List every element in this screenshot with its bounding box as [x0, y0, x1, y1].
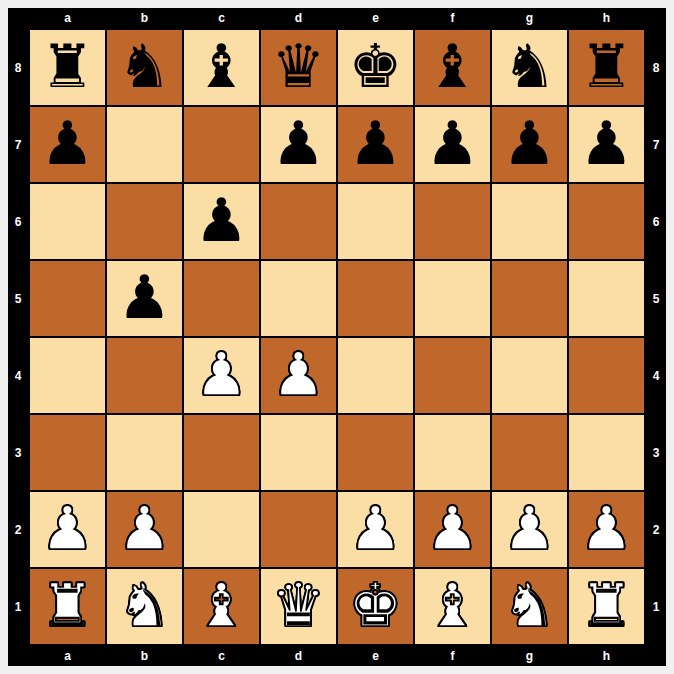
square-b8[interactable]: ♞	[107, 30, 182, 105]
square-b5[interactable]: ♟	[107, 261, 182, 336]
rank-label-left-5: 5	[8, 261, 28, 336]
square-e8[interactable]: ♚	[338, 30, 413, 105]
file-label-top-e: e	[338, 8, 413, 28]
square-a3[interactable]	[30, 415, 105, 490]
rank-label-right-2: 2	[646, 492, 666, 567]
square-c2[interactable]	[184, 492, 259, 567]
white-pawn[interactable]: ♟	[426, 498, 480, 558]
black-pawn[interactable]: ♟	[272, 113, 326, 173]
square-h8[interactable]: ♜	[569, 30, 644, 105]
square-e5[interactable]	[338, 261, 413, 336]
square-h7[interactable]: ♟	[569, 107, 644, 182]
square-d8[interactable]: ♛	[261, 30, 336, 105]
white-pawn[interactable]: ♟	[503, 498, 557, 558]
square-g2[interactable]: ♟	[492, 492, 567, 567]
rank-label-right-6: 6	[646, 184, 666, 259]
file-label-bottom-e: e	[338, 646, 413, 666]
white-rook[interactable]: ♜	[580, 575, 634, 635]
black-rook[interactable]: ♜	[580, 36, 634, 96]
board-corner	[8, 8, 28, 28]
square-a2[interactable]: ♟	[30, 492, 105, 567]
black-knight[interactable]: ♞	[118, 36, 172, 96]
file-label-top-g: g	[492, 8, 567, 28]
file-label-top-a: a	[30, 8, 105, 28]
square-g5[interactable]	[492, 261, 567, 336]
square-f1[interactable]: ♝	[415, 569, 490, 644]
square-c6[interactable]: ♟	[184, 184, 259, 259]
square-d6[interactable]	[261, 184, 336, 259]
square-a1[interactable]: ♜	[30, 569, 105, 644]
rank-label-left-2: 2	[8, 492, 28, 567]
white-bishop[interactable]: ♝	[426, 575, 480, 635]
square-f2[interactable]: ♟	[415, 492, 490, 567]
file-label-bottom-b: b	[107, 646, 182, 666]
square-g6[interactable]	[492, 184, 567, 259]
black-pawn[interactable]: ♟	[349, 113, 403, 173]
board-corner	[8, 646, 28, 666]
rank-label-left-1: 1	[8, 569, 28, 644]
file-label-top-b: b	[107, 8, 182, 28]
square-h4[interactable]	[569, 338, 644, 413]
white-pawn[interactable]: ♟	[580, 498, 634, 558]
rank-label-left-3: 3	[8, 415, 28, 490]
square-f5[interactable]	[415, 261, 490, 336]
square-g4[interactable]	[492, 338, 567, 413]
square-g3[interactable]	[492, 415, 567, 490]
black-queen[interactable]: ♛	[272, 36, 326, 96]
square-e7[interactable]: ♟	[338, 107, 413, 182]
square-e6[interactable]	[338, 184, 413, 259]
square-b6[interactable]	[107, 184, 182, 259]
black-bishop[interactable]: ♝	[195, 36, 249, 96]
black-bishop[interactable]: ♝	[426, 36, 480, 96]
square-e4[interactable]	[338, 338, 413, 413]
square-a6[interactable]	[30, 184, 105, 259]
black-pawn[interactable]: ♟	[118, 267, 172, 327]
file-label-top-h: h	[569, 8, 644, 28]
square-e3[interactable]	[338, 415, 413, 490]
chess-board: abcdefgh8♜♞♝♛♚♝♞♜87♟♟♟♟♟♟76♟65♟54♟♟4332♟…	[8, 8, 666, 666]
square-c7[interactable]	[184, 107, 259, 182]
square-b1[interactable]: ♞	[107, 569, 182, 644]
square-h5[interactable]	[569, 261, 644, 336]
square-a5[interactable]	[30, 261, 105, 336]
white-queen[interactable]: ♛	[272, 575, 326, 635]
square-h2[interactable]: ♟	[569, 492, 644, 567]
square-c1[interactable]: ♝	[184, 569, 259, 644]
square-h3[interactable]	[569, 415, 644, 490]
square-d7[interactable]: ♟	[261, 107, 336, 182]
file-label-bottom-h: h	[569, 646, 644, 666]
file-label-top-c: c	[184, 8, 259, 28]
page-background: { "game": "chess", "position": "rnbqkbnr…	[0, 0, 674, 674]
square-h1[interactable]: ♜	[569, 569, 644, 644]
square-d1[interactable]: ♛	[261, 569, 336, 644]
black-pawn[interactable]: ♟	[580, 113, 634, 173]
black-pawn[interactable]: ♟	[41, 113, 95, 173]
square-c8[interactable]: ♝	[184, 30, 259, 105]
rank-label-right-8: 8	[646, 30, 666, 105]
white-pawn[interactable]: ♟	[195, 344, 249, 404]
file-label-bottom-d: d	[261, 646, 336, 666]
square-g8[interactable]: ♞	[492, 30, 567, 105]
rank-label-right-7: 7	[646, 107, 666, 182]
rank-label-right-1: 1	[646, 569, 666, 644]
rank-label-left-8: 8	[8, 30, 28, 105]
file-label-top-d: d	[261, 8, 336, 28]
square-b7[interactable]	[107, 107, 182, 182]
rank-label-left-6: 6	[8, 184, 28, 259]
file-label-bottom-g: g	[492, 646, 567, 666]
black-pawn[interactable]: ♟	[195, 190, 249, 250]
file-label-bottom-f: f	[415, 646, 490, 666]
white-pawn[interactable]: ♟	[41, 498, 95, 558]
white-knight[interactable]: ♞	[118, 575, 172, 635]
black-knight[interactable]: ♞	[503, 36, 557, 96]
board-corner	[646, 646, 666, 666]
square-a8[interactable]: ♜	[30, 30, 105, 105]
white-pawn[interactable]: ♟	[349, 498, 403, 558]
square-h6[interactable]	[569, 184, 644, 259]
square-d2[interactable]	[261, 492, 336, 567]
square-f8[interactable]: ♝	[415, 30, 490, 105]
square-d4[interactable]: ♟	[261, 338, 336, 413]
square-g7[interactable]: ♟	[492, 107, 567, 182]
board-corner	[646, 8, 666, 28]
square-b2[interactable]: ♟	[107, 492, 182, 567]
rank-label-left-7: 7	[8, 107, 28, 182]
white-king[interactable]: ♚	[349, 575, 403, 635]
black-king[interactable]: ♚	[349, 36, 403, 96]
square-d5[interactable]	[261, 261, 336, 336]
square-c5[interactable]	[184, 261, 259, 336]
rank-label-left-4: 4	[8, 338, 28, 413]
file-label-top-f: f	[415, 8, 490, 28]
rank-label-right-5: 5	[646, 261, 666, 336]
square-g1[interactable]: ♞	[492, 569, 567, 644]
square-f6[interactable]	[415, 184, 490, 259]
square-d3[interactable]	[261, 415, 336, 490]
black-rook[interactable]: ♜	[41, 36, 95, 96]
square-c3[interactable]	[184, 415, 259, 490]
square-b3[interactable]	[107, 415, 182, 490]
white-bishop[interactable]: ♝	[195, 575, 249, 635]
rank-label-right-4: 4	[646, 338, 666, 413]
square-c4[interactable]: ♟	[184, 338, 259, 413]
white-knight[interactable]: ♞	[503, 575, 557, 635]
square-f3[interactable]	[415, 415, 490, 490]
square-e1[interactable]: ♚	[338, 569, 413, 644]
black-pawn[interactable]: ♟	[426, 113, 480, 173]
square-a7[interactable]: ♟	[30, 107, 105, 182]
square-a4[interactable]	[30, 338, 105, 413]
square-f7[interactable]: ♟	[415, 107, 490, 182]
white-rook[interactable]: ♜	[41, 575, 95, 635]
rank-label-right-3: 3	[646, 415, 666, 490]
black-pawn[interactable]: ♟	[503, 113, 557, 173]
file-label-bottom-a: a	[30, 646, 105, 666]
white-pawn[interactable]: ♟	[272, 344, 326, 404]
file-label-bottom-c: c	[184, 646, 259, 666]
square-b4[interactable]	[107, 338, 182, 413]
white-pawn[interactable]: ♟	[118, 498, 172, 558]
square-e2[interactable]: ♟	[338, 492, 413, 567]
square-f4[interactable]	[415, 338, 490, 413]
